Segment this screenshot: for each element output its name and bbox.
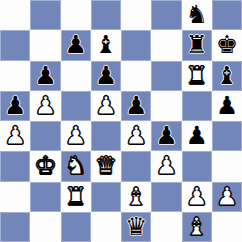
square-c6[interactable] [61, 61, 91, 91]
piece-black-pawn[interactable]: ♟ [216, 91, 238, 121]
square-d2[interactable] [91, 182, 121, 212]
square-b8[interactable] [30, 0, 60, 30]
square-b2[interactable] [30, 182, 60, 212]
square-a1[interactable] [0, 212, 30, 242]
chess-board-container: ♞♟♝♜♚♟♟♜♝♟♟♟♟♟♟♟♟♟♟♚♞♛♟♜♝♟♟♛♝ [0, 0, 242, 242]
square-g7[interactable]: ♜ [182, 30, 212, 60]
piece-white-pawn[interactable]: ♟ [4, 121, 26, 151]
square-c2[interactable]: ♜ [61, 182, 91, 212]
square-b7[interactable] [30, 30, 60, 60]
piece-black-rook[interactable]: ♜ [185, 30, 207, 60]
piece-white-queen[interactable]: ♛ [95, 151, 117, 181]
piece-white-pawn[interactable]: ♟ [155, 151, 177, 181]
square-b3[interactable]: ♚ [30, 151, 60, 181]
square-g5[interactable] [182, 91, 212, 121]
square-a2[interactable] [0, 182, 30, 212]
square-d7[interactable]: ♝ [91, 30, 121, 60]
piece-white-pawn[interactable]: ♟ [185, 182, 207, 212]
piece-black-queen[interactable]: ♛ [125, 212, 147, 242]
piece-white-pawn[interactable]: ♟ [95, 91, 117, 121]
square-h4[interactable] [212, 121, 242, 151]
square-g2[interactable]: ♟ [182, 182, 212, 212]
square-d1[interactable] [91, 212, 121, 242]
square-h7[interactable]: ♚ [212, 30, 242, 60]
piece-black-king[interactable]: ♚ [216, 30, 238, 60]
square-a4[interactable]: ♟ [0, 121, 30, 151]
square-c5[interactable] [61, 91, 91, 121]
piece-white-pawn[interactable]: ♟ [64, 121, 86, 151]
square-e8[interactable] [121, 0, 151, 30]
square-f7[interactable] [151, 30, 181, 60]
square-c1[interactable] [61, 212, 91, 242]
square-a3[interactable] [0, 151, 30, 181]
square-h8[interactable] [212, 0, 242, 30]
piece-white-rook[interactable]: ♜ [64, 182, 86, 212]
piece-black-pawn[interactable]: ♟ [155, 121, 177, 151]
square-c8[interactable] [61, 0, 91, 30]
square-a7[interactable] [0, 30, 30, 60]
square-c3[interactable]: ♞ [61, 151, 91, 181]
square-b6[interactable]: ♟ [30, 61, 60, 91]
piece-black-pawn[interactable]: ♟ [34, 61, 56, 91]
square-b4[interactable] [30, 121, 60, 151]
piece-black-pawn[interactable]: ♟ [185, 121, 207, 151]
square-h5[interactable]: ♟ [212, 91, 242, 121]
square-b1[interactable] [30, 212, 60, 242]
square-c7[interactable]: ♟ [61, 30, 91, 60]
piece-white-pawn[interactable]: ♟ [125, 121, 147, 151]
square-e4[interactable]: ♟ [121, 121, 151, 151]
square-b5[interactable]: ♟ [30, 91, 60, 121]
square-c4[interactable]: ♟ [61, 121, 91, 151]
square-e7[interactable] [121, 30, 151, 60]
piece-black-pawn[interactable]: ♟ [95, 61, 117, 91]
square-g3[interactable] [182, 151, 212, 181]
chess-board: ♞♟♝♜♚♟♟♜♝♟♟♟♟♟♟♟♟♟♟♚♞♛♟♜♝♟♟♛♝ [0, 0, 242, 242]
square-f8[interactable] [151, 0, 181, 30]
piece-white-pawn[interactable]: ♟ [34, 91, 56, 121]
square-h6[interactable]: ♝ [212, 61, 242, 91]
piece-white-king[interactable]: ♚ [34, 151, 56, 181]
square-a8[interactable] [0, 0, 30, 30]
square-e2[interactable]: ♝ [121, 182, 151, 212]
piece-black-knight[interactable]: ♞ [185, 0, 207, 30]
square-d8[interactable] [91, 0, 121, 30]
piece-black-pawn[interactable]: ♟ [64, 30, 86, 60]
piece-white-pawn[interactable]: ♟ [216, 182, 238, 212]
square-h2[interactable]: ♟ [212, 182, 242, 212]
square-g6[interactable]: ♜ [182, 61, 212, 91]
square-e3[interactable] [121, 151, 151, 181]
piece-black-bishop[interactable]: ♝ [95, 30, 117, 60]
square-e6[interactable] [121, 61, 151, 91]
piece-white-rook[interactable]: ♜ [185, 61, 207, 91]
square-e1[interactable]: ♛ [121, 212, 151, 242]
square-h3[interactable] [212, 151, 242, 181]
square-h1[interactable] [212, 212, 242, 242]
piece-black-pawn[interactable]: ♟ [125, 91, 147, 121]
square-f5[interactable] [151, 91, 181, 121]
square-g4[interactable]: ♟ [182, 121, 212, 151]
square-d4[interactable] [91, 121, 121, 151]
square-a6[interactable] [0, 61, 30, 91]
square-d5[interactable]: ♟ [91, 91, 121, 121]
piece-white-bishop[interactable]: ♝ [185, 212, 207, 242]
piece-white-bishop[interactable]: ♝ [125, 182, 147, 212]
piece-white-knight[interactable]: ♞ [64, 151, 86, 181]
piece-black-pawn[interactable]: ♟ [4, 91, 26, 121]
square-d6[interactable]: ♟ [91, 61, 121, 91]
piece-black-bishop[interactable]: ♝ [216, 61, 238, 91]
square-g8[interactable]: ♞ [182, 0, 212, 30]
square-a5[interactable]: ♟ [0, 91, 30, 121]
square-e5[interactable]: ♟ [121, 91, 151, 121]
square-g1[interactable]: ♝ [182, 212, 212, 242]
square-f3[interactable]: ♟ [151, 151, 181, 181]
square-f2[interactable] [151, 182, 181, 212]
square-f1[interactable] [151, 212, 181, 242]
square-f4[interactable]: ♟ [151, 121, 181, 151]
square-d3[interactable]: ♛ [91, 151, 121, 181]
square-f6[interactable] [151, 61, 181, 91]
